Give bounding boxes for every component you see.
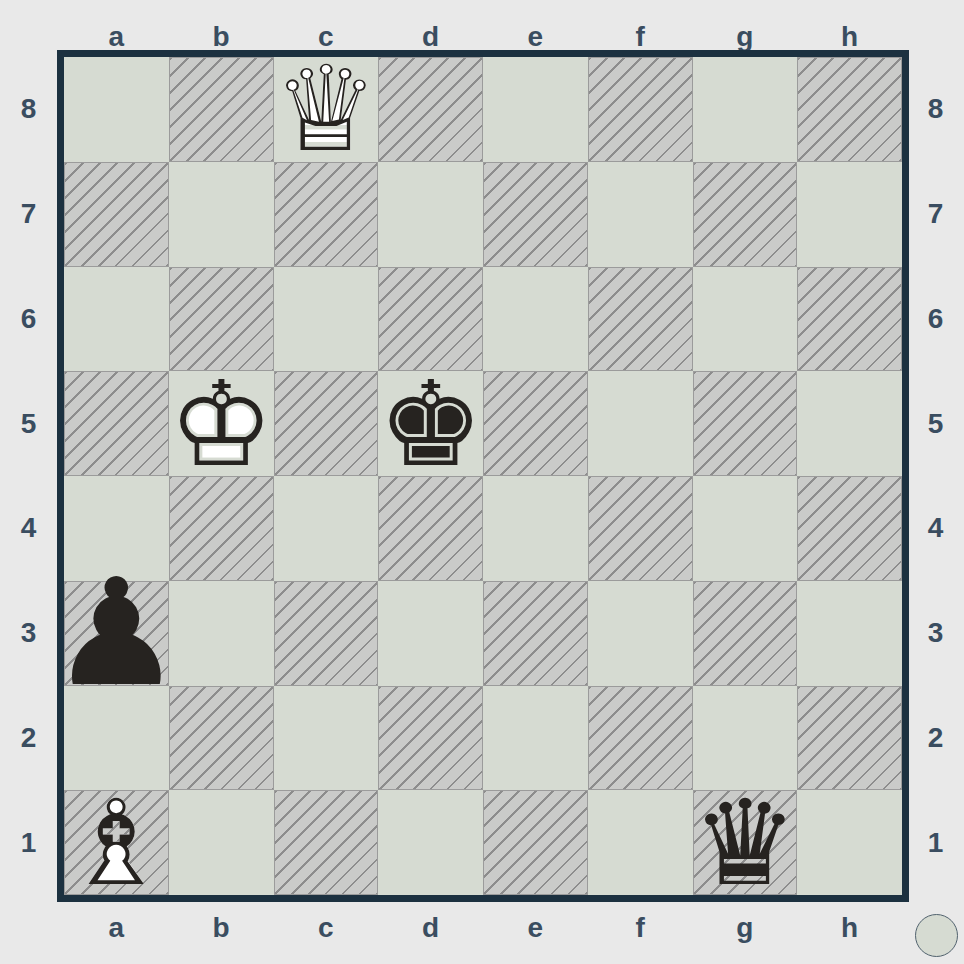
square-c5[interactable]	[274, 371, 379, 476]
square-f4[interactable]	[588, 476, 693, 581]
rank-label-1: 1	[907, 790, 964, 895]
rank-label-3: 3	[907, 581, 964, 686]
square-h3[interactable]	[797, 581, 902, 686]
file-label-c: c	[274, 913, 379, 943]
square-h6[interactable]	[797, 267, 902, 372]
square-h4[interactable]	[797, 476, 902, 581]
file-label-b: b	[169, 22, 274, 52]
file-label-f: f	[588, 913, 693, 943]
file-label-g: g	[693, 913, 798, 943]
rank-label-8: 8	[907, 57, 964, 162]
square-f3[interactable]	[588, 581, 693, 686]
square-g6[interactable]	[693, 267, 798, 372]
side-to-move-indicator	[915, 914, 958, 957]
file-label-e: e	[483, 913, 588, 943]
rank-label-5: 5	[907, 371, 964, 476]
black-queen-glyph: ♛	[692, 774, 798, 912]
black-queen-g1[interactable]: ♛	[692, 791, 798, 895]
rank-labels-right: 87654321	[907, 57, 964, 895]
square-c6[interactable]	[274, 267, 379, 372]
square-a3[interactable]: ♟	[64, 581, 169, 686]
board: ♛♕♚♔♚♟♝♗♛	[64, 57, 902, 895]
square-e7[interactable]	[483, 162, 588, 267]
white-bishop-a1[interactable]: ♝♗	[63, 791, 169, 895]
file-label-h: h	[797, 22, 902, 52]
square-f8[interactable]	[588, 57, 693, 162]
rank-label-6: 6	[0, 267, 57, 372]
square-a5[interactable]	[64, 371, 169, 476]
file-label-h: h	[797, 913, 902, 943]
square-f6[interactable]	[588, 267, 693, 372]
rank-label-7: 7	[907, 162, 964, 267]
square-h2[interactable]	[797, 686, 902, 791]
file-label-e: e	[483, 22, 588, 52]
square-b2[interactable]	[169, 686, 274, 791]
black-king-d5[interactable]: ♚	[378, 372, 484, 476]
square-c8[interactable]: ♛♕	[274, 57, 379, 162]
square-h8[interactable]	[797, 57, 902, 162]
file-label-b: b	[169, 913, 274, 943]
square-d5[interactable]: ♚	[378, 371, 483, 476]
square-a1[interactable]: ♝♗	[64, 790, 169, 895]
file-label-f: f	[588, 22, 693, 52]
square-e2[interactable]	[483, 686, 588, 791]
square-b8[interactable]	[169, 57, 274, 162]
white-king-glyph: ♔	[168, 355, 274, 493]
square-d2[interactable]	[378, 686, 483, 791]
black-pawn-a3[interactable]: ♟	[50, 581, 183, 685]
square-f1[interactable]	[588, 790, 693, 895]
file-labels-top: abcdefgh	[64, 22, 902, 52]
file-label-a: a	[64, 913, 169, 943]
square-e6[interactable]	[483, 267, 588, 372]
square-h7[interactable]	[797, 162, 902, 267]
square-e8[interactable]	[483, 57, 588, 162]
square-c2[interactable]	[274, 686, 379, 791]
rank-label-6: 6	[907, 267, 964, 372]
file-label-g: g	[693, 22, 798, 52]
rank-label-8: 8	[0, 57, 57, 162]
board-frame: ♛♕♚♔♚♟♝♗♛	[57, 50, 909, 902]
square-d8[interactable]	[378, 57, 483, 162]
square-c4[interactable]	[274, 476, 379, 581]
square-a8[interactable]	[64, 57, 169, 162]
black-pawn-glyph: ♟	[50, 547, 183, 719]
square-f7[interactable]	[588, 162, 693, 267]
file-label-a: a	[64, 22, 169, 52]
rank-label-7: 7	[0, 162, 57, 267]
rank-label-4: 4	[0, 476, 57, 581]
square-e3[interactable]	[483, 581, 588, 686]
square-g5[interactable]	[693, 371, 798, 476]
rank-label-3: 3	[0, 581, 57, 686]
square-d1[interactable]	[378, 790, 483, 895]
square-e5[interactable]	[483, 371, 588, 476]
square-b5[interactable]: ♚♔	[169, 371, 274, 476]
square-a6[interactable]	[64, 267, 169, 372]
square-g1[interactable]: ♛	[693, 790, 798, 895]
file-labels-bottom: abcdefgh	[64, 913, 902, 943]
white-queen-c8[interactable]: ♛♕	[273, 57, 379, 161]
square-d7[interactable]	[378, 162, 483, 267]
file-label-d: d	[378, 913, 483, 943]
square-b1[interactable]	[169, 790, 274, 895]
square-h5[interactable]	[797, 371, 902, 476]
rank-label-2: 2	[0, 686, 57, 791]
square-c1[interactable]	[274, 790, 379, 895]
rank-label-2: 2	[907, 686, 964, 791]
rank-label-4: 4	[907, 476, 964, 581]
square-g8[interactable]	[693, 57, 798, 162]
square-b3[interactable]	[169, 581, 274, 686]
chess-diagram-page: abcdefgh 87654321 ♛♕♚♔♚♟♝♗♛ 87654321 abc…	[0, 0, 964, 964]
square-h1[interactable]	[797, 790, 902, 895]
square-g7[interactable]	[693, 162, 798, 267]
black-king-glyph: ♚	[378, 355, 484, 493]
square-b7[interactable]	[169, 162, 274, 267]
square-a7[interactable]	[64, 162, 169, 267]
square-g3[interactable]	[693, 581, 798, 686]
file-label-d: d	[378, 22, 483, 52]
square-f2[interactable]	[588, 686, 693, 791]
white-king-b5[interactable]: ♚♔	[168, 372, 274, 476]
square-c3[interactable]	[274, 581, 379, 686]
square-d3[interactable]	[378, 581, 483, 686]
rank-label-5: 5	[0, 371, 57, 476]
white-bishop-glyph: ♗	[63, 774, 169, 912]
rank-labels-left: 87654321	[0, 57, 57, 895]
square-e1[interactable]	[483, 790, 588, 895]
rank-label-1: 1	[0, 790, 57, 895]
white-queen-glyph: ♕	[273, 40, 379, 178]
square-g4[interactable]	[693, 476, 798, 581]
square-f5[interactable]	[588, 371, 693, 476]
square-e4[interactable]	[483, 476, 588, 581]
